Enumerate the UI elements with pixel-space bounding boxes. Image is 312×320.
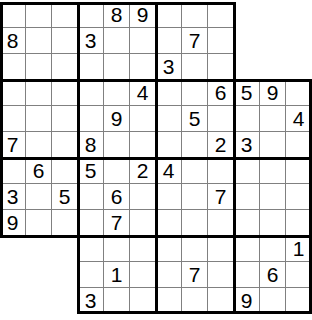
grid-b-thick-hline-1 <box>77 157 312 160</box>
cell-r10c10[interactable] <box>234 236 260 262</box>
cell-r4c8[interactable] <box>182 80 208 106</box>
cell-r4c10: 5 <box>234 80 260 106</box>
cell-r9c10[interactable] <box>234 210 260 236</box>
cell-r11c9[interactable] <box>208 262 234 288</box>
cell-r1c1[interactable] <box>0 2 26 28</box>
cell-r6c2[interactable] <box>26 132 52 158</box>
cell-r1c2[interactable] <box>26 2 52 28</box>
cell-r3c1[interactable] <box>0 54 26 80</box>
cell-r1c5: 8 <box>104 2 130 28</box>
cell-r10c7[interactable] <box>156 236 182 262</box>
grid-a-thick-vline-0 <box>0 2 3 238</box>
void-r3c12 <box>286 54 312 80</box>
cell-r8c5: 6 <box>104 184 130 210</box>
cell-r4c2[interactable] <box>26 80 52 106</box>
cell-r3c8[interactable] <box>182 54 208 80</box>
cell-r10c6[interactable] <box>130 236 156 262</box>
cell-r11c4[interactable] <box>78 262 104 288</box>
void-r12c1 <box>0 288 26 314</box>
cell-r8c10[interactable] <box>234 184 260 210</box>
void-r11c2 <box>26 262 52 288</box>
cell-r3c2[interactable] <box>26 54 52 80</box>
cell-r10c5[interactable] <box>104 236 130 262</box>
cell-r6c9: 2 <box>208 132 234 158</box>
cell-r5c1[interactable] <box>0 106 26 132</box>
void-r10c1 <box>0 236 26 262</box>
cell-r8c7[interactable] <box>156 184 182 210</box>
cell-r7c9[interactable] <box>208 158 234 184</box>
cell-r2c1: 8 <box>0 28 26 54</box>
cell-r11c5: 1 <box>104 262 130 288</box>
cell-r7c11[interactable] <box>260 158 286 184</box>
grid-b-thick-vline-1 <box>155 79 158 314</box>
cell-r4c9: 6 <box>208 80 234 106</box>
cell-r1c8[interactable] <box>182 2 208 28</box>
void-r3c10 <box>234 54 260 80</box>
cell-r4c4[interactable] <box>78 80 104 106</box>
grid-b-thick-vline-0 <box>77 79 80 314</box>
cell-r5c7[interactable] <box>156 106 182 132</box>
cell-r8c8[interactable] <box>182 184 208 210</box>
cell-r6c3[interactable] <box>52 132 78 158</box>
cell-r7c2: 6 <box>26 158 52 184</box>
cell-r6c10: 3 <box>234 132 260 158</box>
cell-r9c9[interactable] <box>208 210 234 236</box>
cell-r7c3[interactable] <box>52 158 78 184</box>
cell-r3c3[interactable] <box>52 54 78 80</box>
cell-r1c6: 9 <box>130 2 156 28</box>
cell-r5c8: 5 <box>182 106 208 132</box>
cell-r6c1: 7 <box>0 132 26 158</box>
cell-r9c3[interactable] <box>52 210 78 236</box>
cell-r5c6[interactable] <box>130 106 156 132</box>
cell-r9c4[interactable] <box>78 210 104 236</box>
cell-r5c3[interactable] <box>52 106 78 132</box>
cell-r11c7[interactable] <box>156 262 182 288</box>
cell-r4c6: 4 <box>130 80 156 106</box>
cell-r1c4[interactable] <box>78 2 104 28</box>
cell-r10c11[interactable] <box>260 236 286 262</box>
void-r10c3 <box>52 236 78 262</box>
cell-r6c6[interactable] <box>130 132 156 158</box>
grid-b-thick-vline-2 <box>233 79 236 314</box>
grid-b-thick-hline-3 <box>77 311 312 314</box>
cell-r3c7: 3 <box>156 54 182 80</box>
cell-r8c3: 5 <box>52 184 78 210</box>
cell-r7c1[interactable] <box>0 158 26 184</box>
cell-r10c8[interactable] <box>182 236 208 262</box>
cell-r2c2[interactable] <box>26 28 52 54</box>
cell-r10c9[interactable] <box>208 236 234 262</box>
cell-r6c4: 8 <box>78 132 104 158</box>
void-r1c10 <box>234 2 260 28</box>
cell-r4c11: 9 <box>260 80 286 106</box>
cell-r4c7[interactable] <box>156 80 182 106</box>
cell-r5c4[interactable] <box>78 106 104 132</box>
cell-r11c8: 7 <box>182 262 208 288</box>
cell-r2c6[interactable] <box>130 28 156 54</box>
cell-r3c5[interactable] <box>104 54 130 80</box>
grid-b-thick-hline-2 <box>77 235 312 238</box>
cell-r1c3[interactable] <box>52 2 78 28</box>
cell-r8c9: 7 <box>208 184 234 210</box>
cell-r5c10[interactable] <box>234 106 260 132</box>
cell-r9c7[interactable] <box>156 210 182 236</box>
void-r3c11 <box>260 54 286 80</box>
void-r2c11 <box>260 28 286 54</box>
cell-r5c11[interactable] <box>260 106 286 132</box>
cell-r2c7[interactable] <box>156 28 182 54</box>
void-r12c3 <box>52 288 78 314</box>
grid-b-thick-hline-0 <box>77 79 312 82</box>
cell-r5c5: 9 <box>104 106 130 132</box>
cell-r11c11: 6 <box>260 262 286 288</box>
cell-r11c6[interactable] <box>130 262 156 288</box>
void-r1c12 <box>286 2 312 28</box>
cell-r6c7[interactable] <box>156 132 182 158</box>
cell-r8c2[interactable] <box>26 184 52 210</box>
cell-r4c1[interactable] <box>0 80 26 106</box>
void-r2c12 <box>286 28 312 54</box>
cell-r7c6: 2 <box>130 158 156 184</box>
cell-r7c8[interactable] <box>182 158 208 184</box>
cell-r5c9[interactable] <box>208 106 234 132</box>
cell-r8c11[interactable] <box>260 184 286 210</box>
cell-r6c11[interactable] <box>260 132 286 158</box>
void-r2c10 <box>234 28 260 54</box>
cell-r8c6[interactable] <box>130 184 156 210</box>
cell-r2c8: 7 <box>182 28 208 54</box>
cell-r9c1: 9 <box>0 210 26 236</box>
cell-r1c7[interactable] <box>156 2 182 28</box>
cell-r9c2[interactable] <box>26 210 52 236</box>
cell-r1c9[interactable] <box>208 2 234 28</box>
sudoku-board: 898373465995478236524356797117639 <box>0 2 312 314</box>
cell-r8c1: 3 <box>0 184 26 210</box>
cell-r7c7: 4 <box>156 158 182 184</box>
void-r11c3 <box>52 262 78 288</box>
cell-r6c5[interactable] <box>104 132 130 158</box>
void-r12c2 <box>26 288 52 314</box>
cell-r2c5[interactable] <box>104 28 130 54</box>
cell-r3c4[interactable] <box>78 54 104 80</box>
cell-r5c2[interactable] <box>26 106 52 132</box>
cell-r8c4[interactable] <box>78 184 104 210</box>
grid-b-thick-vline-3 <box>309 79 312 314</box>
cell-r3c6[interactable] <box>130 54 156 80</box>
void-r10c2 <box>26 236 52 262</box>
cell-r2c9[interactable] <box>208 28 234 54</box>
cell-r2c3[interactable] <box>52 28 78 54</box>
grid-a-thick-hline-0 <box>0 2 236 5</box>
cell-r3c9[interactable] <box>208 54 234 80</box>
void-r11c1 <box>0 262 26 288</box>
cell-r11c10[interactable] <box>234 262 260 288</box>
cell-r4c5[interactable] <box>104 80 130 106</box>
cell-r9c5: 7 <box>104 210 130 236</box>
cell-r10c4[interactable] <box>78 236 104 262</box>
cell-r9c11[interactable] <box>260 210 286 236</box>
cell-r2c4: 3 <box>78 28 104 54</box>
void-r1c11 <box>260 2 286 28</box>
cell-r7c5[interactable] <box>104 158 130 184</box>
cell-r7c10[interactable] <box>234 158 260 184</box>
cell-r9c8[interactable] <box>182 210 208 236</box>
cell-r4c3[interactable] <box>52 80 78 106</box>
cell-r6c8[interactable] <box>182 132 208 158</box>
cell-r9c6[interactable] <box>130 210 156 236</box>
cell-r7c4: 5 <box>78 158 104 184</box>
